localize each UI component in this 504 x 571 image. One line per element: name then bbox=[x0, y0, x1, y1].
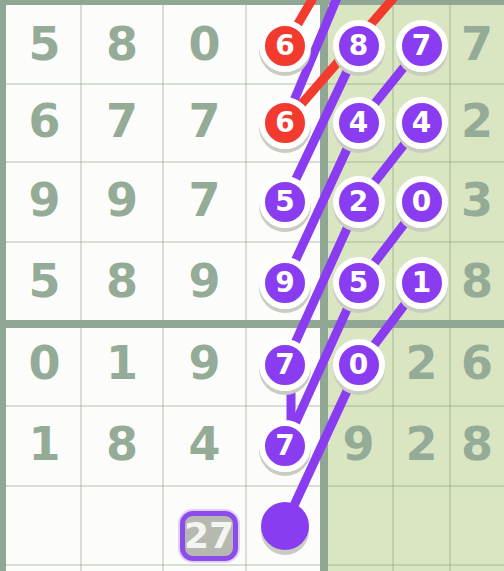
sum-value: 27 bbox=[184, 518, 234, 554]
path-end-dot[interactable] bbox=[261, 502, 309, 550]
puzzle-board: 5806877677644299752035899518019702618479… bbox=[0, 0, 504, 571]
selected-digit-circle-purple[interactable]: 2 bbox=[333, 176, 385, 228]
selected-digit-circle-purple[interactable]: 5 bbox=[333, 257, 385, 309]
selected-digit-circle-red[interactable]: 6 bbox=[259, 20, 311, 72]
selected-digit-circle-purple[interactable]: 8 bbox=[333, 20, 385, 72]
selected-digit-circle-red[interactable]: 6 bbox=[259, 97, 311, 149]
selected-digit-circle-purple[interactable]: 7 bbox=[396, 20, 448, 72]
selected-digit-circle-purple[interactable]: 7 bbox=[259, 339, 311, 391]
selected-digit-circle-purple[interactable]: 9 bbox=[259, 257, 311, 309]
selected-digit-circle-purple[interactable]: 4 bbox=[333, 97, 385, 149]
sum-box: 27 bbox=[180, 511, 238, 561]
selected-digit-circle-purple[interactable]: 5 bbox=[259, 176, 311, 228]
selected-digit-circle-purple[interactable]: 4 bbox=[396, 97, 448, 149]
selected-digit-circle-purple[interactable]: 1 bbox=[396, 257, 448, 309]
selected-digit-circle-purple[interactable]: 0 bbox=[333, 339, 385, 391]
selected-digit-circle-purple[interactable]: 0 bbox=[396, 176, 448, 228]
selected-digit-circle-purple[interactable]: 7 bbox=[259, 420, 311, 472]
